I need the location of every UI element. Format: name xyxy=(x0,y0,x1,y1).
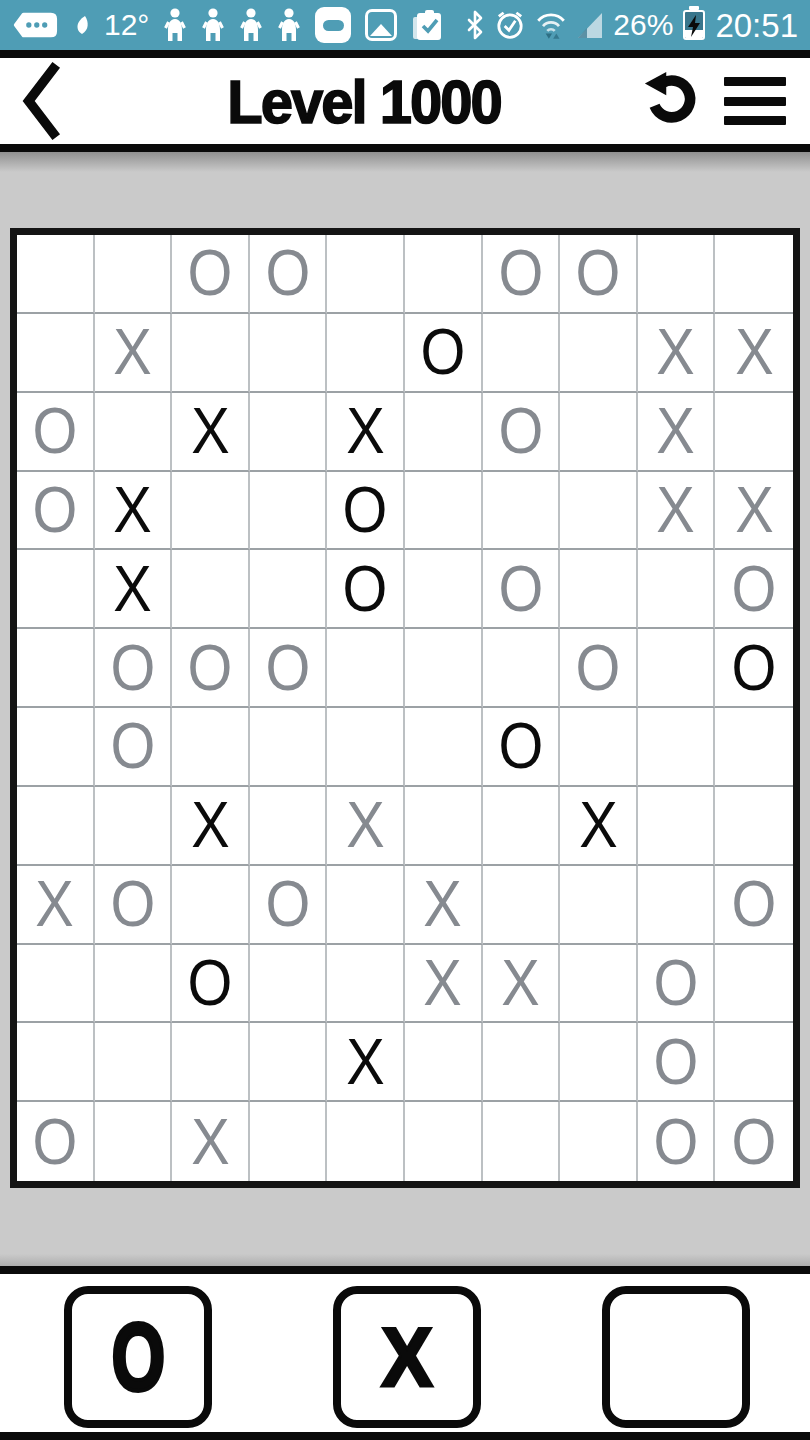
cell-r8c8[interactable]: X xyxy=(560,787,638,866)
cell-r1c3[interactable]: O xyxy=(172,235,250,314)
cell-r3c1[interactable]: O xyxy=(17,393,95,472)
x-mark: X xyxy=(656,399,694,463)
o-mark: O xyxy=(420,320,465,384)
cell-r6c9[interactable] xyxy=(638,629,716,708)
cell-r4c2[interactable]: X xyxy=(95,472,173,551)
x-mark: X xyxy=(113,320,151,384)
cell-r3c6[interactable] xyxy=(405,393,483,472)
cell-r10c7[interactable]: X xyxy=(483,945,561,1024)
person-icon xyxy=(201,8,225,42)
cell-r12c5[interactable] xyxy=(327,1102,405,1181)
cell-r9c4[interactable]: O xyxy=(250,866,328,945)
cell-r11c8[interactable] xyxy=(560,1023,638,1102)
undo-icon xyxy=(642,70,704,132)
x-mark: X xyxy=(191,793,229,857)
x-mark: X xyxy=(656,320,694,384)
cell-r1c1[interactable] xyxy=(17,235,95,314)
place-o-button[interactable]: O xyxy=(64,1286,212,1428)
cell-r5c3[interactable] xyxy=(172,550,250,629)
place-x-button[interactable]: X xyxy=(333,1286,481,1428)
o-mark: O xyxy=(498,714,543,778)
cell-r7c2[interactable]: O xyxy=(95,708,173,787)
cell-r5c1[interactable] xyxy=(17,550,95,629)
o-mark: O xyxy=(343,478,388,542)
toolbar-top-divider xyxy=(0,1266,810,1274)
cell-r8c4[interactable] xyxy=(250,787,328,866)
o-mark: O xyxy=(576,241,621,305)
x-mark: X xyxy=(579,793,617,857)
o-mark: O xyxy=(732,1110,777,1174)
cell-r4c5[interactable]: O xyxy=(327,472,405,551)
o-mark: O xyxy=(498,557,543,621)
o-mark: O xyxy=(732,636,777,700)
cell-r4c1[interactable]: O xyxy=(17,472,95,551)
o-mark: O xyxy=(732,557,777,621)
cell-r5c8[interactable] xyxy=(560,550,638,629)
cell-r6c10[interactable]: O xyxy=(715,629,793,708)
bluetooth-icon xyxy=(465,10,485,40)
cell-r8c1[interactable] xyxy=(17,787,95,866)
o-mark: O xyxy=(32,399,77,463)
toolbar: O X xyxy=(0,1274,810,1432)
cell-r2c4[interactable] xyxy=(250,314,328,393)
clock-text: 20:51 xyxy=(715,9,798,42)
x-mark: X xyxy=(346,1030,384,1094)
cell-r4c8[interactable] xyxy=(560,472,638,551)
o-mark: O xyxy=(265,872,310,936)
cell-r1c6[interactable] xyxy=(405,235,483,314)
moon-icon xyxy=(72,14,90,36)
header-top-divider xyxy=(0,50,810,58)
cell-r5c7[interactable]: O xyxy=(483,550,561,629)
cell-r7c4[interactable] xyxy=(250,708,328,787)
place-o-label: O xyxy=(111,1309,165,1405)
o-mark: O xyxy=(188,636,233,700)
x-mark: X xyxy=(501,951,539,1015)
cell-r4c10[interactable]: X xyxy=(715,472,793,551)
cell-r8c10[interactable] xyxy=(715,787,793,866)
cell-r11c2[interactable] xyxy=(95,1023,173,1102)
battery-percent-text: 26% xyxy=(613,10,673,40)
cell-r6c1[interactable] xyxy=(17,629,95,708)
o-mark: O xyxy=(110,636,155,700)
cell-r4c9[interactable]: X xyxy=(638,472,716,551)
cell-r2c8[interactable] xyxy=(560,314,638,393)
cell-r8c5[interactable]: X xyxy=(327,787,405,866)
cell-r1c5[interactable] xyxy=(327,235,405,314)
cell-r8c7[interactable] xyxy=(483,787,561,866)
status-bar: 12° xyxy=(0,0,810,50)
battery-charging-icon xyxy=(682,6,706,44)
cell-r6c6[interactable] xyxy=(405,629,483,708)
cell-r12c6[interactable] xyxy=(405,1102,483,1181)
x-mark: X xyxy=(346,793,384,857)
o-mark: O xyxy=(188,951,233,1015)
o-mark: O xyxy=(32,1110,77,1174)
o-mark: O xyxy=(653,1110,698,1174)
cell-r6c8[interactable]: O xyxy=(560,629,638,708)
cell-r1c9[interactable] xyxy=(638,235,716,314)
cell-r9c5[interactable] xyxy=(327,866,405,945)
cell-r12c10[interactable]: O xyxy=(715,1102,793,1181)
x-mark: X xyxy=(656,478,694,542)
cell-r2c1[interactable] xyxy=(17,314,95,393)
cell-r1c10[interactable] xyxy=(715,235,793,314)
cell-r7c10[interactable] xyxy=(715,708,793,787)
cell-r3c9[interactable]: X xyxy=(638,393,716,472)
cell-r5c10[interactable]: O xyxy=(715,550,793,629)
cell-r3c4[interactable] xyxy=(250,393,328,472)
cell-r12c3[interactable]: X xyxy=(172,1102,250,1181)
cell-r12c4[interactable] xyxy=(250,1102,328,1181)
bottom-edge xyxy=(0,1432,810,1440)
screen: 12° xyxy=(0,0,810,1440)
cell-r8c3[interactable]: X xyxy=(172,787,250,866)
o-mark: O xyxy=(498,241,543,305)
o-mark: O xyxy=(110,872,155,936)
cell-r8c6[interactable] xyxy=(405,787,483,866)
cell-r8c9[interactable] xyxy=(638,787,716,866)
cell-r7c8[interactable] xyxy=(560,708,638,787)
cell-r9c9[interactable] xyxy=(638,866,716,945)
cell-r2c9[interactable]: X xyxy=(638,314,716,393)
cell-r10c6[interactable]: X xyxy=(405,945,483,1024)
gallery-icon xyxy=(365,9,397,41)
cell-r9c1[interactable]: X xyxy=(17,866,95,945)
x-mark: X xyxy=(191,1110,229,1174)
cell-r7c1[interactable] xyxy=(17,708,95,787)
person-icon xyxy=(239,8,263,42)
place-x-label: X xyxy=(381,1315,433,1399)
cell-r12c7[interactable] xyxy=(483,1102,561,1181)
o-mark: O xyxy=(32,478,77,542)
cell-r2c7[interactable] xyxy=(483,314,561,393)
x-mark: X xyxy=(735,478,773,542)
cell-r12c1[interactable]: O xyxy=(17,1102,95,1181)
undo-button[interactable] xyxy=(642,70,704,132)
person-icon xyxy=(163,8,187,42)
o-mark: O xyxy=(653,1030,698,1094)
cell-r11c1[interactable] xyxy=(17,1023,95,1102)
cell-r5c4[interactable] xyxy=(250,550,328,629)
person-icon xyxy=(277,8,301,42)
cell-r2c6[interactable]: O xyxy=(405,314,483,393)
back-chevron-icon xyxy=(20,61,62,141)
cell-r7c5[interactable] xyxy=(327,708,405,787)
cell-r10c8[interactable] xyxy=(560,945,638,1024)
x-mark: X xyxy=(735,320,773,384)
cell-r10c4[interactable] xyxy=(250,945,328,1024)
cell-r6c2[interactable]: O xyxy=(95,629,173,708)
cell-r9c8[interactable] xyxy=(560,866,638,945)
cell-r4c6[interactable] xyxy=(405,472,483,551)
cell-r4c3[interactable] xyxy=(172,472,250,551)
cell-r1c8[interactable]: O xyxy=(560,235,638,314)
cell-r6c7[interactable] xyxy=(483,629,561,708)
cell-r11c6[interactable] xyxy=(405,1023,483,1102)
page-title: Level 1000 xyxy=(86,65,642,136)
o-mark: O xyxy=(576,636,621,700)
board: OOOOXOXXOXXOXOXOXXXOOOOOOOOOOXXXXOOXOOXX… xyxy=(10,228,800,1188)
cell-r7c3[interactable] xyxy=(172,708,250,787)
cell-r10c2[interactable] xyxy=(95,945,173,1024)
o-mark: O xyxy=(265,241,310,305)
cell-r5c5[interactable]: O xyxy=(327,550,405,629)
menu-icon xyxy=(724,77,786,86)
vr-headset-icon xyxy=(315,7,351,43)
cell-r1c2[interactable] xyxy=(95,235,173,314)
clipboard-check-icon xyxy=(411,7,443,43)
x-mark: X xyxy=(113,478,151,542)
o-mark: O xyxy=(265,636,310,700)
x-mark: X xyxy=(113,557,151,621)
chat-bubble-icon xyxy=(12,10,58,40)
wifi-icon xyxy=(535,10,567,40)
cell-r3c10[interactable] xyxy=(715,393,793,472)
cell-r1c7[interactable]: O xyxy=(483,235,561,314)
cell-r9c6[interactable]: X xyxy=(405,866,483,945)
status-bar-left: 12° xyxy=(12,7,443,43)
x-mark: X xyxy=(36,872,74,936)
o-mark: O xyxy=(732,872,777,936)
cell-r3c8[interactable] xyxy=(560,393,638,472)
cell-r10c1[interactable] xyxy=(17,945,95,1024)
cell-r10c5[interactable] xyxy=(327,945,405,1024)
cell-r7c9[interactable] xyxy=(638,708,716,787)
x-mark: X xyxy=(424,872,462,936)
cell-r5c2[interactable]: X xyxy=(95,550,173,629)
cell-r2c5[interactable] xyxy=(327,314,405,393)
cell-r1c4[interactable]: O xyxy=(250,235,328,314)
o-mark: O xyxy=(498,399,543,463)
cell-r3c2[interactable] xyxy=(95,393,173,472)
menu-button[interactable] xyxy=(724,77,786,125)
alarm-icon xyxy=(494,9,526,41)
cell-r7c7[interactable]: O xyxy=(483,708,561,787)
cell-r12c2[interactable] xyxy=(95,1102,173,1181)
cell-r9c10[interactable]: O xyxy=(715,866,793,945)
temperature-text: 12° xyxy=(104,10,149,40)
cell-r3c7[interactable]: O xyxy=(483,393,561,472)
cell-r11c5[interactable]: X xyxy=(327,1023,405,1102)
app-header: Level 1000 xyxy=(0,58,810,144)
cell-r3c3[interactable]: X xyxy=(172,393,250,472)
cell-r11c4[interactable] xyxy=(250,1023,328,1102)
cell-r4c7[interactable] xyxy=(483,472,561,551)
x-mark: X xyxy=(346,399,384,463)
o-mark: O xyxy=(653,951,698,1015)
back-button[interactable] xyxy=(20,61,86,141)
cell-r9c7[interactable] xyxy=(483,866,561,945)
cell-r6c3[interactable]: O xyxy=(172,629,250,708)
cell-r5c6[interactable] xyxy=(405,550,483,629)
cell-r12c8[interactable] xyxy=(560,1102,638,1181)
o-mark: O xyxy=(110,714,155,778)
signal-icon xyxy=(576,10,604,40)
header-bottom-divider xyxy=(0,144,810,152)
cell-r2c2[interactable]: X xyxy=(95,314,173,393)
play-area: OOOOXOXXOXXOXOXOXXXOOOOOOOOOOXXXXOOXOOXX… xyxy=(0,152,810,1266)
cell-r5c9[interactable] xyxy=(638,550,716,629)
cell-r9c3[interactable] xyxy=(172,866,250,945)
cell-r6c4[interactable]: O xyxy=(250,629,328,708)
cell-r10c10[interactable] xyxy=(715,945,793,1024)
o-mark: O xyxy=(188,241,233,305)
cell-r11c9[interactable]: O xyxy=(638,1023,716,1102)
status-bar-right: 26% 20:51 xyxy=(465,6,798,44)
cell-r2c10[interactable]: X xyxy=(715,314,793,393)
x-mark: X xyxy=(191,399,229,463)
cell-r7c6[interactable] xyxy=(405,708,483,787)
erase-button[interactable] xyxy=(602,1286,750,1428)
cell-r10c9[interactable]: O xyxy=(638,945,716,1024)
x-mark: X xyxy=(424,951,462,1015)
cell-r4c4[interactable] xyxy=(250,472,328,551)
cell-r8c2[interactable] xyxy=(95,787,173,866)
cell-r11c3[interactable] xyxy=(172,1023,250,1102)
o-mark: O xyxy=(343,557,388,621)
cell-r6c5[interactable] xyxy=(327,629,405,708)
cell-r11c10[interactable] xyxy=(715,1023,793,1102)
cell-r10c3[interactable]: O xyxy=(172,945,250,1024)
cell-r3c5[interactable]: X xyxy=(327,393,405,472)
cell-r9c2[interactable]: O xyxy=(95,866,173,945)
cell-r12c9[interactable]: O xyxy=(638,1102,716,1181)
cell-r11c7[interactable] xyxy=(483,1023,561,1102)
cell-r2c3[interactable] xyxy=(172,314,250,393)
